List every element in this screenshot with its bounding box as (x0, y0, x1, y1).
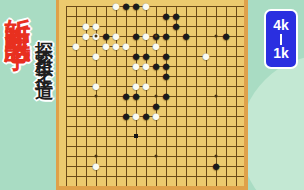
black-stone: ● (221, 31, 231, 41)
white-stone: ● (141, 1, 151, 11)
white-stone: ● (91, 81, 101, 91)
black-stone: ● (161, 91, 171, 101)
black-stone: ● (141, 111, 151, 121)
black-stone: ● (151, 61, 161, 71)
white-stone: ● (91, 51, 101, 61)
white-stone: ● (71, 41, 81, 51)
black-stone: ● (121, 1, 131, 11)
rank-badge: 4k 1k (264, 9, 298, 69)
black-stone: ● (131, 31, 141, 41)
white-stone: ● (101, 41, 111, 51)
black-stone: ● (131, 1, 141, 11)
white-stone: ● (121, 41, 131, 51)
black-stone: ● (161, 71, 171, 81)
black-stone: ● (131, 91, 141, 101)
white-stone: ● (131, 111, 141, 121)
video-thumbnail: ●●●●●●●●●●●●●●●●●●●●●●●●●●●●●●●●●●●●●●●●… (0, 0, 304, 190)
black-stone: ● (161, 31, 171, 41)
white-stone: ● (141, 31, 151, 41)
star-point (215, 35, 218, 38)
star-point (95, 95, 98, 98)
black-stone: ● (181, 31, 191, 41)
go-board: ●●●●●●●●●●●●●●●●●●●●●●●●●●●●●●●●●●●●●●●●… (56, 0, 248, 190)
white-stone: ● (141, 61, 151, 71)
white-stone: ● (81, 31, 91, 41)
square-marker (134, 134, 138, 138)
white-stone: ● (151, 41, 161, 51)
black-stone: ● (171, 21, 181, 31)
star-point (155, 155, 158, 158)
rank-separator-bar (280, 34, 282, 45)
star-point (155, 95, 158, 98)
white-stone: ● (151, 111, 161, 121)
black-stone: ● (121, 91, 131, 101)
white-stone: ● (141, 81, 151, 91)
white-stone: ● (111, 41, 121, 51)
banner-headline: 斩断实战恶手 (1, 0, 36, 28)
white-stone: ● (201, 51, 211, 61)
white-stone: ● (91, 161, 101, 171)
black-stone: ● (121, 111, 131, 121)
white-stone: ● (111, 1, 121, 11)
black-stone: ● (161, 11, 171, 21)
black-stone: ● (211, 161, 221, 171)
rank-top: 4k (273, 18, 289, 33)
background-swirl (240, 55, 304, 190)
rank-bottom: 1k (273, 46, 289, 61)
star-point (215, 155, 218, 158)
white-stone: ● (131, 61, 141, 71)
star-point (95, 155, 98, 158)
banner-subtitle: 探索棋之正道 (32, 27, 56, 75)
star-point (95, 35, 98, 38)
star-point (215, 95, 218, 98)
star-point (155, 35, 158, 38)
